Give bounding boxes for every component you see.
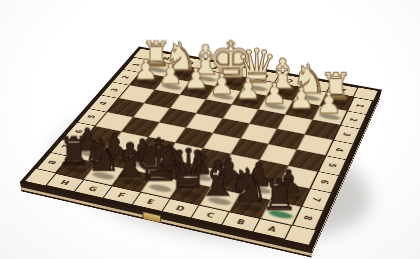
piece-black-rook-a8[interactable]: ♜ (234, 174, 324, 217)
scene-3d: HGFEDCBA HGFEDCBA 12345678 12345678 ♜♞♝♛… (0, 0, 420, 259)
brass-clasp (143, 211, 162, 223)
chess-board: HGFEDCBA HGFEDCBA 12345678 12345678 ♜♞♝♛… (21, 47, 381, 248)
product-photo-stage: HGFEDCBA HGFEDCBA 12345678 12345678 ♜♞♝♛… (0, 0, 420, 259)
